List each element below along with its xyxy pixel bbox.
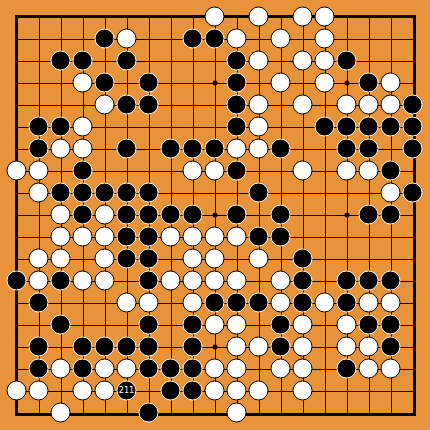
black-stone — [249, 293, 269, 313]
black-stone — [139, 337, 159, 357]
white-stone — [161, 271, 181, 291]
black-stone — [95, 337, 115, 357]
black-stone — [117, 51, 137, 71]
black-stone — [249, 227, 269, 247]
black-stone — [139, 359, 159, 379]
black-stone — [51, 183, 71, 203]
white-stone — [293, 95, 313, 115]
white-stone — [117, 29, 137, 49]
white-stone — [271, 73, 291, 93]
white-stone — [73, 73, 93, 93]
black-stone — [139, 315, 159, 335]
white-stone — [29, 381, 49, 401]
white-stone — [205, 381, 225, 401]
black-stone — [403, 117, 423, 137]
white-stone — [227, 271, 247, 291]
white-stone — [205, 271, 225, 291]
black-stone — [183, 337, 203, 357]
white-stone — [337, 161, 357, 181]
black-stone — [139, 227, 159, 247]
white-stone — [227, 139, 247, 159]
black-stone — [381, 205, 401, 225]
white-stone — [315, 293, 335, 313]
white-stone — [95, 249, 115, 269]
black-stone — [337, 293, 357, 313]
black-stone — [161, 381, 181, 401]
white-stone — [51, 403, 71, 423]
black-stone — [337, 51, 357, 71]
black-stone — [139, 183, 159, 203]
black-stone — [381, 337, 401, 357]
white-stone — [271, 271, 291, 291]
white-stone — [359, 95, 379, 115]
white-stone — [29, 249, 49, 269]
white-stone — [293, 161, 313, 181]
black-stone — [183, 359, 203, 379]
star-point — [213, 213, 218, 218]
black-stone — [315, 117, 335, 137]
black-stone — [29, 117, 49, 137]
black-stone — [359, 73, 379, 93]
white-stone — [315, 51, 335, 71]
white-stone — [205, 359, 225, 379]
black-stone — [205, 139, 225, 159]
star-point — [213, 345, 218, 350]
black-stone — [381, 315, 401, 335]
white-stone — [359, 293, 379, 313]
white-stone — [161, 227, 181, 247]
black-stone — [161, 205, 181, 225]
white-stone — [205, 7, 225, 27]
black-stone — [73, 183, 93, 203]
white-stone — [293, 359, 313, 379]
black-stone — [205, 29, 225, 49]
white-stone — [51, 139, 71, 159]
black-stone — [227, 51, 247, 71]
black-stone — [337, 359, 357, 379]
black-stone — [29, 139, 49, 159]
black-stone — [271, 315, 291, 335]
black-stone — [29, 359, 49, 379]
white-stone — [249, 95, 269, 115]
black-stone — [95, 73, 115, 93]
white-stone — [249, 51, 269, 71]
black-stone — [403, 139, 423, 159]
black-stone — [271, 337, 291, 357]
white-stone — [205, 161, 225, 181]
white-stone — [249, 7, 269, 27]
white-stone — [381, 293, 401, 313]
white-stone — [293, 315, 313, 335]
black-stone — [403, 183, 423, 203]
black-stone — [73, 337, 93, 357]
white-stone — [183, 271, 203, 291]
go-app-window: 211 — [0, 0, 430, 430]
white-stone — [183, 161, 203, 181]
white-stone — [51, 359, 71, 379]
white-stone — [249, 139, 269, 159]
black-stone — [139, 95, 159, 115]
white-stone — [381, 183, 401, 203]
black-stone — [183, 381, 203, 401]
black-stone — [337, 117, 357, 137]
black-stone — [73, 205, 93, 225]
black-stone — [183, 139, 203, 159]
black-stone — [95, 183, 115, 203]
black-stone — [271, 139, 291, 159]
black-stone — [117, 249, 137, 269]
white-stone — [95, 359, 115, 379]
white-stone — [359, 359, 379, 379]
white-stone — [337, 337, 357, 357]
white-stone — [183, 227, 203, 247]
white-stone — [51, 227, 71, 247]
star-point — [345, 81, 350, 86]
white-stone — [95, 205, 115, 225]
white-stone — [227, 337, 247, 357]
white-stone — [183, 293, 203, 313]
black-stone — [117, 227, 137, 247]
black-stone — [51, 315, 71, 335]
black-stone — [227, 117, 247, 137]
white-stone — [337, 315, 357, 335]
white-stone — [249, 381, 269, 401]
black-stone — [183, 205, 203, 225]
black-stone — [227, 161, 247, 181]
black-stone — [51, 51, 71, 71]
black-stone — [117, 337, 137, 357]
last-move-stone: 211 — [117, 381, 137, 401]
white-stone — [227, 359, 247, 379]
white-stone — [73, 381, 93, 401]
white-stone — [95, 227, 115, 247]
black-stone — [51, 117, 71, 137]
black-stone — [117, 95, 137, 115]
white-stone — [337, 95, 357, 115]
move-number-label: 211 — [119, 387, 134, 395]
black-stone — [7, 271, 27, 291]
white-stone — [95, 95, 115, 115]
black-stone — [139, 205, 159, 225]
white-stone — [73, 271, 93, 291]
white-stone — [381, 73, 401, 93]
white-stone — [271, 29, 291, 49]
black-stone — [337, 271, 357, 291]
black-stone — [139, 73, 159, 93]
black-stone — [271, 205, 291, 225]
black-stone — [117, 183, 137, 203]
black-stone — [73, 51, 93, 71]
black-stone — [381, 117, 401, 137]
white-stone — [315, 73, 335, 93]
black-stone — [359, 205, 379, 225]
white-stone — [315, 29, 335, 49]
white-stone — [29, 161, 49, 181]
black-stone — [359, 271, 379, 291]
white-stone — [381, 95, 401, 115]
white-stone — [183, 249, 203, 269]
black-stone — [161, 139, 181, 159]
white-stone — [381, 359, 401, 379]
black-stone — [227, 293, 247, 313]
white-stone — [51, 205, 71, 225]
black-stone — [161, 359, 181, 379]
white-stone — [205, 249, 225, 269]
white-stone — [227, 403, 247, 423]
white-stone — [205, 315, 225, 335]
white-stone — [227, 381, 247, 401]
black-stone — [227, 205, 247, 225]
white-stone — [95, 271, 115, 291]
black-stone — [293, 271, 313, 291]
white-stone — [73, 139, 93, 159]
black-stone — [293, 249, 313, 269]
white-stone — [73, 117, 93, 137]
black-stone — [183, 315, 203, 335]
white-stone — [73, 227, 93, 247]
white-stone — [249, 249, 269, 269]
white-stone — [95, 381, 115, 401]
star-point — [213, 81, 218, 86]
white-stone — [293, 337, 313, 357]
black-stone — [29, 337, 49, 357]
white-stone — [7, 381, 27, 401]
star-point — [345, 213, 350, 218]
white-stone — [249, 117, 269, 137]
white-stone — [227, 227, 247, 247]
white-stone — [29, 271, 49, 291]
white-stone — [293, 7, 313, 27]
white-stone — [359, 161, 379, 181]
black-stone — [359, 117, 379, 137]
black-stone — [381, 161, 401, 181]
white-stone — [293, 381, 313, 401]
white-stone — [227, 315, 247, 335]
black-stone — [403, 95, 423, 115]
white-stone — [117, 293, 137, 313]
black-stone — [29, 293, 49, 313]
white-stone — [271, 293, 291, 313]
black-stone — [249, 183, 269, 203]
white-stone — [205, 227, 225, 247]
white-stone — [359, 337, 379, 357]
white-stone — [271, 359, 291, 379]
black-stone — [293, 293, 313, 313]
black-stone — [227, 73, 247, 93]
black-stone — [183, 29, 203, 49]
black-stone — [381, 271, 401, 291]
black-stone — [73, 359, 93, 379]
black-stone — [337, 139, 357, 159]
black-stone — [205, 293, 225, 313]
black-stone — [139, 403, 159, 423]
black-stone — [271, 227, 291, 247]
black-stone — [359, 315, 379, 335]
black-stone — [139, 249, 159, 269]
white-stone — [51, 249, 71, 269]
black-stone — [227, 95, 247, 115]
black-stone — [51, 271, 71, 291]
white-stone — [227, 29, 247, 49]
white-stone — [139, 293, 159, 313]
white-stone — [293, 51, 313, 71]
white-stone — [117, 359, 137, 379]
black-stone — [359, 139, 379, 159]
white-stone — [249, 337, 269, 357]
black-stone — [117, 205, 137, 225]
white-stone — [7, 161, 27, 181]
go-board[interactable]: 211 — [0, 0, 430, 430]
black-stone — [73, 161, 93, 181]
white-stone — [315, 7, 335, 27]
black-stone — [139, 271, 159, 291]
white-stone — [29, 183, 49, 203]
black-stone — [95, 29, 115, 49]
black-stone — [117, 139, 137, 159]
